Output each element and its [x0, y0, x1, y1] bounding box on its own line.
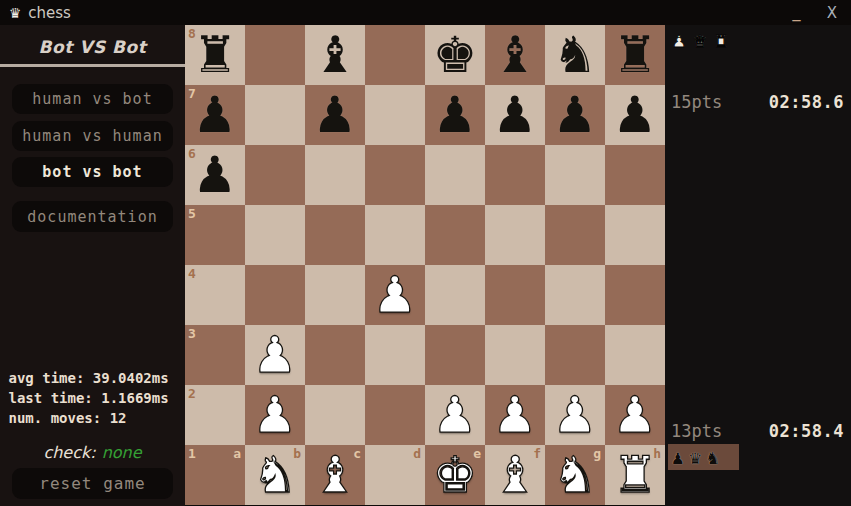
file-label: g — [593, 446, 601, 461]
square-h8[interactable]: ♜ — [605, 25, 665, 85]
piece-black-rook: ♜ — [613, 30, 658, 80]
num-moves-stat: num. moves: 12 — [9, 408, 182, 428]
bot-vs-bot-button[interactable]: bot vs bot — [12, 157, 173, 187]
piece-white-pawn: ♟ — [253, 390, 298, 440]
piece-black-bishop: ♝ — [493, 30, 538, 80]
sidebar-divider — [0, 64, 185, 67]
piece-black-knight: ♞ — [553, 30, 598, 80]
square-g1[interactable]: g♞ — [545, 445, 605, 505]
piece-white-bishop: ♝ — [493, 450, 538, 500]
square-e2[interactable]: ♟ — [425, 385, 485, 445]
mode-header: Bot VS Bot — [39, 37, 147, 57]
square-b7[interactable] — [245, 85, 305, 145]
piece-white-pawn: ♟ — [253, 330, 298, 380]
piece-white-knight: ♞ — [253, 450, 298, 500]
square-h6[interactable] — [605, 145, 665, 205]
rank-label: 2 — [188, 386, 196, 401]
square-f6[interactable] — [485, 145, 545, 205]
rank-label: 8 — [188, 26, 196, 41]
piece-white-pawn: ♟ — [613, 390, 658, 440]
square-d5[interactable] — [365, 205, 425, 265]
documentation-button[interactable]: documentation — [12, 201, 173, 232]
check-value: none — [102, 443, 142, 462]
check-label: check: — [43, 443, 95, 462]
square-a2[interactable]: 2 — [185, 385, 245, 445]
square-a8[interactable]: 8♜ — [185, 25, 245, 85]
rank-label: 3 — [188, 326, 196, 341]
close-button[interactable]: X — [827, 4, 837, 22]
square-a4[interactable]: 4 — [185, 265, 245, 325]
right-panel: ♟♛♜ 15pts 02:58.6 13pts 02:58.4 ♟♛♞ — [665, 25, 851, 506]
white-points: 13pts — [671, 421, 722, 441]
square-c2[interactable] — [305, 385, 365, 445]
square-f7[interactable]: ♟ — [485, 85, 545, 145]
square-b8[interactable] — [245, 25, 305, 85]
piece-black-bishop: ♝ — [313, 30, 358, 80]
square-f1[interactable]: f♝ — [485, 445, 545, 505]
file-label: h — [653, 446, 661, 461]
captured-white-queen-icon: ♛ — [694, 29, 706, 51]
square-f3[interactable] — [485, 325, 545, 385]
square-b2[interactable]: ♟ — [245, 385, 305, 445]
avg-time-stat: avg time: 39.0402ms — [9, 368, 182, 388]
piece-black-pawn: ♟ — [433, 90, 478, 140]
square-f5[interactable] — [485, 205, 545, 265]
square-g6[interactable] — [545, 145, 605, 205]
piece-white-pawn: ♟ — [493, 390, 538, 440]
square-e8[interactable]: ♚ — [425, 25, 485, 85]
piece-white-rook: ♜ — [613, 450, 658, 500]
rank-label: 6 — [188, 146, 196, 161]
captured-white-pawn-icon: ♟ — [673, 29, 685, 51]
file-label: b — [293, 446, 301, 461]
square-g5[interactable] — [545, 205, 605, 265]
white-score-row: 13pts 02:58.4 — [665, 421, 851, 441]
window-title: chess — [28, 4, 71, 22]
square-h1[interactable]: h♜ — [605, 445, 665, 505]
file-label: a — [233, 446, 241, 461]
piece-white-pawn: ♟ — [373, 270, 418, 320]
piece-white-pawn: ♟ — [553, 390, 598, 440]
reset-game-button[interactable]: reset game — [12, 468, 173, 499]
rank-label: 1 — [188, 446, 196, 461]
piece-black-pawn: ♟ — [313, 90, 358, 140]
square-f2[interactable]: ♟ — [485, 385, 545, 445]
file-label: e — [473, 446, 481, 461]
piece-white-king: ♚ — [433, 450, 478, 500]
black-points: 15pts — [671, 92, 722, 112]
square-c8[interactable]: ♝ — [305, 25, 365, 85]
square-h5[interactable] — [605, 205, 665, 265]
white-clock: 02:58.4 — [769, 421, 844, 441]
piece-black-pawn: ♟ — [613, 90, 658, 140]
square-c3[interactable] — [305, 325, 365, 385]
square-b1[interactable]: b♞ — [245, 445, 305, 505]
piece-black-pawn: ♟ — [193, 90, 238, 140]
right-panel-spacer — [665, 112, 851, 421]
human-vs-bot-button[interactable]: human vs bot — [12, 84, 173, 114]
square-e7[interactable]: ♟ — [425, 85, 485, 145]
square-g8[interactable]: ♞ — [545, 25, 605, 85]
square-h7[interactable]: ♟ — [605, 85, 665, 145]
square-b5[interactable] — [245, 205, 305, 265]
piece-black-rook: ♜ — [193, 30, 238, 80]
square-a6[interactable]: 6♟ — [185, 145, 245, 205]
square-d1[interactable]: d — [365, 445, 425, 505]
square-d4[interactable]: ♟ — [365, 265, 425, 325]
sidebar: Bot VS Bot human vs bot human vs human b… — [0, 25, 185, 506]
square-b3[interactable]: ♟ — [245, 325, 305, 385]
rank-label: 4 — [188, 266, 196, 281]
square-d2[interactable] — [365, 385, 425, 445]
square-f8[interactable]: ♝ — [485, 25, 545, 85]
piece-black-pawn: ♟ — [553, 90, 598, 140]
black-clock: 02:58.6 — [769, 92, 844, 112]
captured-black-knight-icon: ♞ — [707, 444, 718, 470]
black-score-row: 15pts 02:58.6 — [665, 92, 851, 112]
square-d3[interactable] — [365, 325, 425, 385]
rank-label: 7 — [188, 86, 196, 101]
square-g4[interactable] — [545, 265, 605, 325]
square-c5[interactable] — [305, 205, 365, 265]
last-time-stat: last time: 1.1669ms — [9, 388, 182, 408]
square-c1[interactable]: c♝ — [305, 445, 365, 505]
file-label: f — [533, 446, 541, 461]
piece-black-pawn: ♟ — [493, 90, 538, 140]
chess-board: 8♜♝♚♝♞♜7♟♟♟♟♟♟6♟54♟3♟2♟♟♟♟♟1ab♞c♝de♚f♝g♞… — [185, 25, 665, 505]
square-a1[interactable]: 1a — [185, 445, 245, 505]
captured-white-tray: ♟♛♜ — [673, 29, 851, 51]
file-label: c — [353, 446, 361, 461]
main-content: Bot VS Bot human vs bot human vs human b… — [0, 25, 851, 506]
square-c4[interactable] — [305, 265, 365, 325]
square-e6[interactable] — [425, 145, 485, 205]
square-d6[interactable] — [365, 145, 425, 205]
file-label: d — [413, 446, 421, 461]
board-column: 8♜♝♚♝♞♜7♟♟♟♟♟♟6♟54♟3♟2♟♟♟♟♟1ab♞c♝de♚f♝g♞… — [185, 25, 665, 506]
square-e5[interactable] — [425, 205, 485, 265]
piece-white-bishop: ♝ — [313, 450, 358, 500]
square-h4[interactable] — [605, 265, 665, 325]
piece-white-pawn: ♟ — [433, 390, 478, 440]
human-vs-human-button[interactable]: human vs human — [12, 121, 173, 151]
square-a5[interactable]: 5 — [185, 205, 245, 265]
square-b4[interactable] — [245, 265, 305, 325]
square-d8[interactable] — [365, 25, 425, 85]
square-e4[interactable] — [425, 265, 485, 325]
square-g2[interactable]: ♟ — [545, 385, 605, 445]
check-status: check:none — [43, 443, 141, 462]
square-e1[interactable]: e♚ — [425, 445, 485, 505]
piece-black-pawn: ♟ — [193, 150, 238, 200]
minimize-button[interactable]: _ — [792, 5, 800, 21]
square-g7[interactable]: ♟ — [545, 85, 605, 145]
captured-black-queen-icon: ♛ — [689, 444, 700, 470]
window-titlebar: ♛ chess _ X — [0, 0, 851, 25]
captured-white-rook-icon: ♜ — [715, 29, 727, 51]
piece-black-king: ♚ — [433, 30, 478, 80]
app-queen-icon: ♛ — [10, 0, 20, 25]
square-e3[interactable] — [425, 325, 485, 385]
rank-label: 5 — [188, 206, 196, 221]
square-d7[interactable] — [365, 85, 425, 145]
square-a7[interactable]: 7♟ — [185, 85, 245, 145]
square-a3[interactable]: 3 — [185, 325, 245, 385]
square-c6[interactable] — [305, 145, 365, 205]
square-f4[interactable] — [485, 265, 545, 325]
square-h2[interactable]: ♟ — [605, 385, 665, 445]
piece-white-knight: ♞ — [553, 450, 598, 500]
captured-black-tray: ♟♛♞ — [668, 444, 739, 470]
square-h3[interactable] — [605, 325, 665, 385]
square-c7[interactable]: ♟ — [305, 85, 365, 145]
square-b6[interactable] — [245, 145, 305, 205]
square-g3[interactable] — [545, 325, 605, 385]
captured-black-pawn-icon: ♟ — [672, 444, 683, 470]
engine-stats: avg time: 39.0402ms last time: 1.1669ms … — [4, 368, 182, 428]
